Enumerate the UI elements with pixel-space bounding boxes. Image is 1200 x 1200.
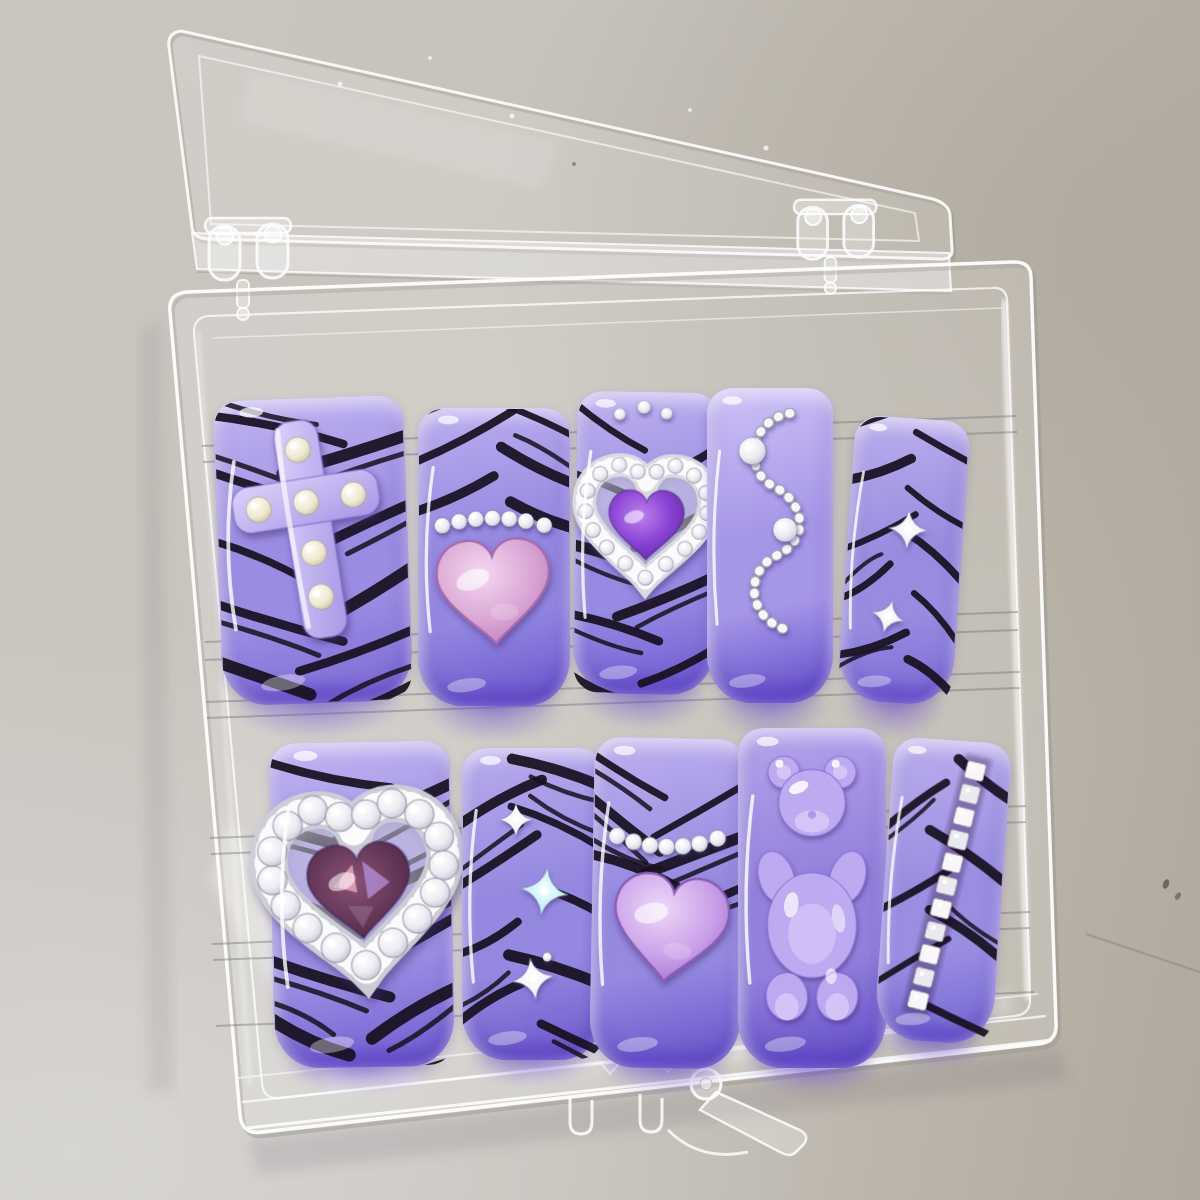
cuticle-shine — [438, 415, 459, 424]
round-rhinestone-charm — [773, 518, 797, 542]
photo-scene — [0, 0, 1200, 1200]
press-on-nail-top-2 — [418, 408, 570, 706]
nail-art-layer — [707, 388, 833, 703]
heart-gem-charm — [435, 537, 553, 647]
zebra-stripes — [416, 389, 572, 528]
cuticle-shine — [722, 396, 742, 405]
round-rhinestone-charm — [637, 400, 650, 413]
round-rhinestone-charm — [661, 408, 673, 420]
tip-shine — [446, 676, 487, 695]
press-on-nail-top-4 — [707, 388, 833, 703]
tip-shine — [616, 1035, 658, 1054]
nail-art-layer — [589, 737, 745, 1070]
nail-art-layer — [572, 391, 719, 695]
nail-art-layer — [874, 736, 1013, 1045]
tip-shine — [728, 672, 766, 690]
press-on-nail-top-1 — [213, 395, 414, 706]
round-rhinestone-charm — [614, 408, 626, 420]
tip-shine — [764, 1034, 807, 1054]
press-on-nail-bottom-4 — [738, 728, 886, 1068]
cuticle-shine — [908, 745, 927, 754]
press-on-nail-bottom-3 — [589, 737, 745, 1070]
press-on-nail-bottom-5 — [874, 736, 1013, 1045]
gloss-highlight — [746, 796, 753, 983]
nail-art-layer — [738, 728, 886, 1068]
nail-art-layer — [213, 395, 414, 706]
cuticle-shine — [614, 746, 636, 756]
cuticle-shine — [480, 756, 501, 765]
gummy-bear-charm — [751, 756, 872, 1022]
press-on-nail-bottom-2 — [462, 748, 604, 1060]
tip-shine — [857, 674, 891, 688]
cuticle-shine — [756, 737, 778, 747]
zebra-stripes — [460, 700, 606, 1070]
gloss-highlight — [470, 810, 476, 982]
rhinestone-rim-heart-charm — [577, 457, 716, 587]
tip-shine — [598, 664, 637, 682]
press-on-nail-top-3 — [572, 391, 719, 695]
heart-gem-charm — [607, 869, 733, 988]
nail-set — [0, 0, 1200, 1200]
round-rhinestone-charm — [739, 438, 766, 465]
gloss-highlight — [426, 468, 433, 632]
press-on-nail-top-5 — [836, 414, 971, 706]
cuticle-shine — [596, 399, 617, 408]
zebra-stripes — [835, 394, 974, 697]
round-rhinestone-charm — [543, 953, 552, 962]
nail-art-layer — [418, 408, 570, 706]
gloss-highlight — [847, 472, 863, 629]
rhinestone-strip-charm — [902, 754, 992, 1018]
gloss-highlight — [714, 451, 720, 624]
gloss-highlight — [599, 803, 609, 985]
nail-art-layer — [462, 748, 604, 1060]
cuticle-shine — [293, 751, 317, 762]
press-on-nail-bottom-1 — [269, 740, 455, 1068]
cuticle-shine — [869, 423, 888, 432]
nail-art-layer — [836, 414, 971, 706]
nail-art-layer — [269, 740, 455, 1068]
tip-shine — [487, 1029, 527, 1048]
